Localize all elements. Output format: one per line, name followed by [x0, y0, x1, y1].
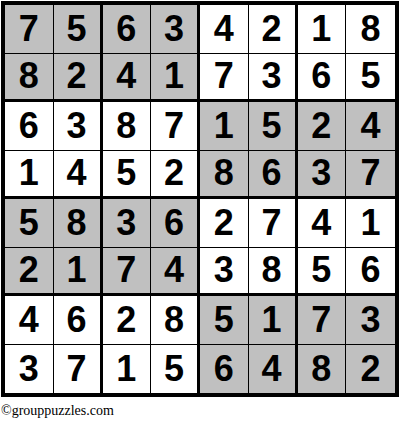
cell-r5c5: 2 — [200, 199, 249, 248]
cell-r7c1: 4 — [5, 296, 54, 345]
cell-r5c1: 5 — [5, 199, 54, 248]
cell-r6c1: 2 — [5, 248, 54, 297]
cell-r4c1: 1 — [5, 151, 54, 200]
cell-r5c8: 1 — [346, 199, 395, 248]
cell-r2c2: 2 — [54, 54, 103, 103]
cell-r6c2: 1 — [54, 248, 103, 297]
cell-r3c2: 3 — [54, 102, 103, 151]
cell-r5c3: 3 — [103, 199, 152, 248]
cell-r1c6: 2 — [249, 5, 298, 54]
cell-r1c4: 3 — [151, 5, 200, 54]
cell-r7c5: 5 — [200, 296, 249, 345]
cell-r3c4: 7 — [151, 102, 200, 151]
cell-r6c7: 5 — [298, 248, 347, 297]
cell-r8c5: 6 — [200, 345, 249, 394]
cell-r7c3: 2 — [103, 296, 152, 345]
cell-r3c8: 4 — [346, 102, 395, 151]
cell-r8c7: 8 — [298, 345, 347, 394]
page: 7563421882417365638715241452863758362741… — [0, 0, 402, 424]
cell-r1c2: 5 — [54, 5, 103, 54]
cell-r7c8: 3 — [346, 296, 395, 345]
cell-r8c8: 2 — [346, 345, 395, 394]
copyright-credit: ©grouppuzzles.com — [1, 403, 114, 419]
cell-r2c4: 1 — [151, 54, 200, 103]
cell-r6c8: 6 — [346, 248, 395, 297]
cell-r2c8: 5 — [346, 54, 395, 103]
cell-r3c6: 5 — [249, 102, 298, 151]
cell-r5c4: 6 — [151, 199, 200, 248]
cell-r8c1: 3 — [5, 345, 54, 394]
cell-r1c5: 4 — [200, 5, 249, 54]
cell-r7c7: 7 — [298, 296, 347, 345]
cell-r3c3: 8 — [103, 102, 152, 151]
cell-r6c5: 3 — [200, 248, 249, 297]
cell-r2c1: 8 — [5, 54, 54, 103]
cell-r1c1: 7 — [5, 5, 54, 54]
cell-r1c3: 6 — [103, 5, 152, 54]
cell-r4c8: 7 — [346, 151, 395, 200]
cell-r1c8: 8 — [346, 5, 395, 54]
cell-r6c3: 7 — [103, 248, 152, 297]
cell-r7c2: 6 — [54, 296, 103, 345]
sudoku-board: 7563421882417365638715241452863758362741… — [1, 1, 399, 397]
cell-r8c4: 5 — [151, 345, 200, 394]
cell-r3c1: 6 — [5, 102, 54, 151]
cell-r7c4: 8 — [151, 296, 200, 345]
cell-r8c6: 4 — [249, 345, 298, 394]
cell-r4c6: 6 — [249, 151, 298, 200]
cell-r7c6: 1 — [249, 296, 298, 345]
cell-r5c7: 4 — [298, 199, 347, 248]
cell-r4c5: 8 — [200, 151, 249, 200]
cell-r2c3: 4 — [103, 54, 152, 103]
cell-r2c6: 3 — [249, 54, 298, 103]
cell-r4c3: 5 — [103, 151, 152, 200]
cell-r4c4: 2 — [151, 151, 200, 200]
cell-r1c7: 1 — [298, 5, 347, 54]
cell-r4c7: 3 — [298, 151, 347, 200]
cell-r5c6: 7 — [249, 199, 298, 248]
cell-r6c6: 8 — [249, 248, 298, 297]
cell-r4c2: 4 — [54, 151, 103, 200]
cell-r8c2: 7 — [54, 345, 103, 394]
cell-r3c5: 1 — [200, 102, 249, 151]
cell-r6c4: 4 — [151, 248, 200, 297]
cell-r2c7: 6 — [298, 54, 347, 103]
cell-r5c2: 8 — [54, 199, 103, 248]
cell-r2c5: 7 — [200, 54, 249, 103]
cell-r3c7: 2 — [298, 102, 347, 151]
cell-r8c3: 1 — [103, 345, 152, 394]
